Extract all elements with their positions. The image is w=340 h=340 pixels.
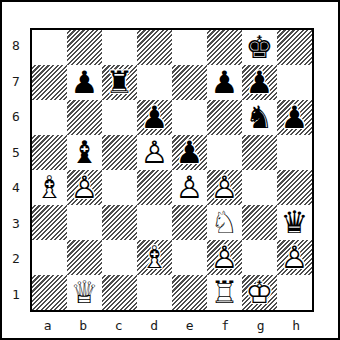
square-b6[interactable] [67,100,102,135]
square-h6[interactable]: ♟♟ [277,100,312,135]
square-a7[interactable] [32,65,67,100]
black-pawn-icon[interactable]: ♟♟ [242,65,277,100]
square-d7[interactable] [137,65,172,100]
white-queen-glyph: ♕ [67,275,102,310]
square-b8[interactable] [67,30,102,65]
white-pawn-glyph: ♙ [137,135,172,170]
white-pawn-icon[interactable]: ♟♙ [137,135,172,170]
black-king-glyph: ♚ [242,30,277,65]
square-g8[interactable]: ♚♚ [242,30,277,65]
white-king-icon[interactable]: ♚♔ [242,275,277,310]
white-pawn-glyph: ♙ [172,170,207,205]
square-g7[interactable]: ♟♟ [242,65,277,100]
square-c6[interactable] [102,100,137,135]
square-g1[interactable]: ♚♔ [242,275,277,310]
square-g2[interactable] [242,240,277,275]
square-a6[interactable] [32,100,67,135]
white-knight-icon[interactable]: ♞♘ [207,205,242,240]
square-f3[interactable]: ♞♘ [207,205,242,240]
square-d1[interactable] [137,275,172,310]
square-d5[interactable]: ♟♙ [137,135,172,170]
square-c2[interactable] [102,240,137,275]
white-pawn-icon[interactable]: ♟♙ [207,170,242,205]
square-h1[interactable] [277,275,312,310]
square-d2[interactable]: ♝♗ [137,240,172,275]
square-h5[interactable] [277,135,312,170]
black-queen-icon[interactable]: ♛♛ [277,205,312,240]
black-pawn-glyph: ♟ [277,100,312,135]
rank-label-2: 2 [2,241,30,277]
square-e1[interactable] [172,275,207,310]
white-pawn-icon[interactable]: ♟♙ [277,240,312,275]
rank-label-1: 1 [2,277,30,313]
file-label-e: e [172,313,208,337]
square-d6[interactable]: ♟♟ [137,100,172,135]
square-f6[interactable] [207,100,242,135]
file-labels: abcdefgh [30,313,314,337]
square-e8[interactable] [172,30,207,65]
square-d8[interactable] [137,30,172,65]
square-e6[interactable] [172,100,207,135]
square-f4[interactable]: ♟♙ [207,170,242,205]
file-label-g: g [243,313,279,337]
rank-label-6: 6 [2,99,30,135]
white-rook-glyph: ♖ [207,275,242,310]
chess-board: ♚♚♟♟♜♜♟♟♟♟♟♟♞♞♟♟♝♝♟♙♟♟♝♗♟♙♟♙♟♙♞♘♛♛♝♗♟♙♟♙… [30,28,314,312]
white-bishop-glyph: ♗ [137,240,172,275]
white-king-glyph: ♔ [242,275,277,310]
square-a8[interactable] [32,30,67,65]
square-c8[interactable] [102,30,137,65]
black-pawn-icon[interactable]: ♟♟ [67,65,102,100]
square-e5[interactable]: ♟♟ [172,135,207,170]
file-label-c: c [101,313,137,337]
black-pawn-icon[interactable]: ♟♟ [137,100,172,135]
white-bishop-glyph: ♗ [32,170,67,205]
square-h2[interactable]: ♟♙ [277,240,312,275]
square-b4[interactable]: ♟♙ [67,170,102,205]
file-label-f: f [208,313,244,337]
square-f7[interactable]: ♟♟ [207,65,242,100]
black-pawn-glyph: ♟ [137,100,172,135]
white-pawn-icon[interactable]: ♟♙ [172,170,207,205]
black-knight-glyph: ♞ [242,100,277,135]
square-d4[interactable] [137,170,172,205]
file-label-h: h [279,313,315,337]
rank-label-4: 4 [2,170,30,206]
square-c7[interactable]: ♜♜ [102,65,137,100]
white-pawn-icon[interactable]: ♟♙ [207,240,242,275]
black-pawn-glyph: ♟ [67,65,102,100]
square-h7[interactable] [277,65,312,100]
rank-label-3: 3 [2,206,30,242]
square-a4[interactable]: ♝♗ [32,170,67,205]
white-pawn-glyph: ♙ [207,170,242,205]
black-rook-glyph: ♜ [102,65,137,100]
square-a3[interactable] [32,205,67,240]
white-pawn-glyph: ♙ [207,240,242,275]
rank-label-7: 7 [2,64,30,100]
white-queen-icon[interactable]: ♛♕ [67,275,102,310]
square-h8[interactable] [277,30,312,65]
square-e3[interactable] [172,205,207,240]
rank-label-5: 5 [2,135,30,171]
square-d3[interactable] [137,205,172,240]
chess-diagram: 87654321 ♚♚♟♟♜♜♟♟♟♟♟♟♞♞♟♟♝♝♟♙♟♟♝♗♟♙♟♙♟♙♞… [0,0,340,340]
square-g5[interactable] [242,135,277,170]
square-g6[interactable]: ♞♞ [242,100,277,135]
square-e4[interactable]: ♟♙ [172,170,207,205]
rank-label-8: 8 [2,28,30,64]
black-pawn-icon[interactable]: ♟♟ [207,65,242,100]
square-h3[interactable]: ♛♛ [277,205,312,240]
square-e7[interactable] [172,65,207,100]
square-e2[interactable] [172,240,207,275]
black-bishop-icon[interactable]: ♝♝ [67,135,102,170]
black-queen-glyph: ♛ [277,205,312,240]
black-king-icon[interactable]: ♚♚ [242,30,277,65]
square-c4[interactable] [102,170,137,205]
square-a1[interactable] [32,275,67,310]
black-rook-icon[interactable]: ♜♜ [102,65,137,100]
square-b2[interactable] [67,240,102,275]
square-b5[interactable]: ♝♝ [67,135,102,170]
black-pawn-icon[interactable]: ♟♟ [172,135,207,170]
square-c3[interactable] [102,205,137,240]
white-pawn-glyph: ♙ [67,170,102,205]
file-label-b: b [66,313,102,337]
white-bishop-icon[interactable]: ♝♗ [137,240,172,275]
square-g3[interactable] [242,205,277,240]
square-c1[interactable] [102,275,137,310]
square-b3[interactable] [67,205,102,240]
square-b1[interactable]: ♛♕ [67,275,102,310]
file-label-d: d [137,313,173,337]
white-rook-icon[interactable]: ♜♖ [207,275,242,310]
square-a2[interactable] [32,240,67,275]
square-g4[interactable] [242,170,277,205]
square-a5[interactable] [32,135,67,170]
black-knight-icon[interactable]: ♞♞ [242,100,277,135]
rank-labels: 87654321 [2,28,30,312]
file-label-a: a [30,313,66,337]
square-h4[interactable] [277,170,312,205]
white-pawn-icon[interactable]: ♟♙ [67,170,102,205]
black-pawn-icon[interactable]: ♟♟ [277,100,312,135]
white-pawn-glyph: ♙ [277,240,312,275]
square-b7[interactable]: ♟♟ [67,65,102,100]
square-f8[interactable] [207,30,242,65]
black-pawn-glyph: ♟ [207,65,242,100]
square-f1[interactable]: ♜♖ [207,275,242,310]
square-f2[interactable]: ♟♙ [207,240,242,275]
black-bishop-glyph: ♝ [67,135,102,170]
square-f5[interactable] [207,135,242,170]
white-knight-glyph: ♘ [207,205,242,240]
square-c5[interactable] [102,135,137,170]
white-bishop-icon[interactable]: ♝♗ [32,170,67,205]
black-pawn-glyph: ♟ [172,135,207,170]
black-pawn-glyph: ♟ [242,65,277,100]
